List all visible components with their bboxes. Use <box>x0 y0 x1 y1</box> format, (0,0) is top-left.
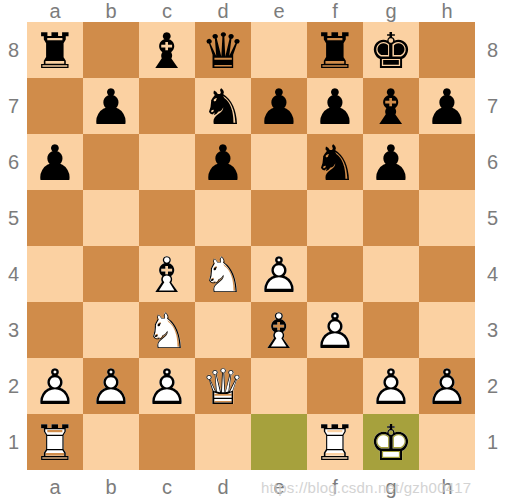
square-g8[interactable]: ♚ <box>363 22 419 78</box>
rank-label-6: 6 <box>0 134 27 190</box>
white-pawn-piece[interactable]: ♟♙ <box>83 358 139 414</box>
black-rook-piece[interactable]: ♜ <box>27 22 83 78</box>
black-queen-piece[interactable]: ♛ <box>195 22 251 78</box>
square-e3[interactable]: ♝♗ <box>251 302 307 358</box>
square-h8[interactable] <box>419 22 475 78</box>
white-piece-outline-glyph: ♗ <box>251 303 307 359</box>
black-piece-glyph: ♛ <box>195 23 251 79</box>
square-e7[interactable]: ♟ <box>251 78 307 134</box>
square-f2[interactable] <box>307 358 363 414</box>
white-piece-outline-glyph: ♙ <box>363 359 419 415</box>
file-label-f: f <box>307 0 363 23</box>
square-e2[interactable] <box>251 358 307 414</box>
square-f8[interactable]: ♜ <box>307 22 363 78</box>
black-pawn-piece[interactable]: ♟ <box>27 134 83 190</box>
white-piece-outline-glyph: ♕ <box>195 359 251 415</box>
square-c3[interactable]: ♞♘ <box>139 302 195 358</box>
rank-label-5: 5 <box>0 190 27 246</box>
white-piece-outline-glyph: ♙ <box>419 359 475 415</box>
square-c7[interactable] <box>139 78 195 134</box>
square-b3[interactable] <box>83 302 139 358</box>
white-king-piece[interactable]: ♚♔ <box>363 414 419 470</box>
file-label-h: h <box>419 470 475 504</box>
black-piece-glyph: ♟ <box>195 135 251 191</box>
file-label-d: d <box>195 0 251 23</box>
black-pawn-piece[interactable]: ♟ <box>307 78 363 134</box>
square-h7[interactable]: ♟ <box>419 78 475 134</box>
square-a4[interactable] <box>27 246 83 302</box>
white-piece-outline-glyph: ♙ <box>27 359 83 415</box>
black-pawn-piece[interactable]: ♟ <box>251 78 307 134</box>
rank-label-8: 8 <box>0 22 27 78</box>
square-g4[interactable] <box>363 246 419 302</box>
square-d3[interactable] <box>195 302 251 358</box>
square-f4[interactable] <box>307 246 363 302</box>
white-rook-piece[interactable]: ♜♖ <box>27 414 83 470</box>
white-piece-outline-glyph: ♗ <box>139 247 195 303</box>
square-d2[interactable]: ♛♕ <box>195 358 251 414</box>
square-g3[interactable] <box>363 302 419 358</box>
rank-label-4: 4 <box>475 246 510 302</box>
rank-label-2: 2 <box>475 358 510 414</box>
square-c8[interactable]: ♝ <box>139 22 195 78</box>
white-pawn-piece[interactable]: ♟♙ <box>251 246 307 302</box>
rank-label-1: 1 <box>475 414 510 470</box>
black-piece-glyph: ♞ <box>195 79 251 135</box>
white-pawn-piece[interactable]: ♟♙ <box>363 358 419 414</box>
rank-label-4: 4 <box>0 246 27 302</box>
square-b2[interactable]: ♟♙ <box>83 358 139 414</box>
rank-labels-left: 87654321 <box>0 22 27 470</box>
square-g1[interactable]: ♚♔ <box>363 414 419 470</box>
square-e5[interactable] <box>251 190 307 246</box>
rank-label-3: 3 <box>0 302 27 358</box>
square-f5[interactable] <box>307 190 363 246</box>
black-piece-glyph: ♟ <box>307 79 363 135</box>
square-e1[interactable] <box>251 414 307 470</box>
white-pawn-piece[interactable]: ♟♙ <box>27 358 83 414</box>
square-h4[interactable] <box>419 246 475 302</box>
chess-board[interactable]: ♜♝♛♜♚♟♞♟♟♝♟♟♟♞♟♝♗♞♘♟♙♞♘♝♗♟♙♟♙♟♙♟♙♛♕♟♙♟♙♜… <box>27 22 475 470</box>
black-piece-glyph: ♟ <box>27 135 83 191</box>
square-e8[interactable] <box>251 22 307 78</box>
square-c6[interactable] <box>139 134 195 190</box>
file-label-d: d <box>195 470 251 504</box>
rank-label-5: 5 <box>475 190 510 246</box>
black-piece-glyph: ♝ <box>363 79 419 135</box>
white-piece-outline-glyph: ♙ <box>83 359 139 415</box>
rank-label-7: 7 <box>0 78 27 134</box>
black-piece-glyph: ♜ <box>307 23 363 79</box>
black-pawn-piece[interactable]: ♟ <box>363 134 419 190</box>
black-piece-glyph: ♝ <box>139 23 195 79</box>
square-b5[interactable] <box>83 190 139 246</box>
square-e4[interactable]: ♟♙ <box>251 246 307 302</box>
square-a8[interactable]: ♜ <box>27 22 83 78</box>
file-label-e: e <box>251 0 307 23</box>
white-rook-piece[interactable]: ♜♖ <box>307 414 363 470</box>
rank-labels-right: 87654321 <box>475 22 510 470</box>
file-labels-bottom: abcdefgh <box>27 470 475 504</box>
file-label-g: g <box>363 470 419 504</box>
file-label-e: e <box>251 470 307 504</box>
white-piece-outline-glyph: ♖ <box>27 415 83 471</box>
square-h2[interactable]: ♟♙ <box>419 358 475 414</box>
rank-label-2: 2 <box>0 358 27 414</box>
white-queen-piece[interactable]: ♛♕ <box>195 358 251 414</box>
square-h3[interactable] <box>419 302 475 358</box>
square-h5[interactable] <box>419 190 475 246</box>
white-piece-outline-glyph: ♔ <box>363 415 419 471</box>
square-f3[interactable]: ♟♙ <box>307 302 363 358</box>
black-piece-glyph: ♟ <box>251 79 307 135</box>
file-label-g: g <box>363 0 419 23</box>
square-b4[interactable] <box>83 246 139 302</box>
file-label-a: a <box>27 470 83 504</box>
square-f6[interactable]: ♞ <box>307 134 363 190</box>
rank-label-7: 7 <box>475 78 510 134</box>
rank-label-6: 6 <box>475 134 510 190</box>
square-a3[interactable] <box>27 302 83 358</box>
white-bishop-piece[interactable]: ♝♗ <box>139 246 195 302</box>
square-d1[interactable] <box>195 414 251 470</box>
square-b7[interactable]: ♟ <box>83 78 139 134</box>
black-piece-glyph: ♜ <box>27 23 83 79</box>
square-g5[interactable] <box>363 190 419 246</box>
square-g6[interactable]: ♟ <box>363 134 419 190</box>
square-c5[interactable] <box>139 190 195 246</box>
file-label-f: f <box>307 470 363 504</box>
white-piece-outline-glyph: ♘ <box>195 247 251 303</box>
black-pawn-piece[interactable]: ♟ <box>419 78 475 134</box>
black-piece-glyph: ♟ <box>363 135 419 191</box>
square-a1[interactable]: ♜♖ <box>27 414 83 470</box>
file-label-h: h <box>419 0 475 23</box>
white-piece-outline-glyph: ♙ <box>307 303 363 359</box>
square-d6[interactable]: ♟ <box>195 134 251 190</box>
white-knight-piece[interactable]: ♞♘ <box>195 246 251 302</box>
white-pawn-piece[interactable]: ♟♙ <box>139 358 195 414</box>
black-knight-piece[interactable]: ♞ <box>195 78 251 134</box>
square-d7[interactable]: ♞ <box>195 78 251 134</box>
square-a2[interactable]: ♟♙ <box>27 358 83 414</box>
file-label-c: c <box>139 0 195 23</box>
white-pawn-piece[interactable]: ♟♙ <box>307 302 363 358</box>
white-piece-outline-glyph: ♖ <box>307 415 363 471</box>
white-piece-outline-glyph: ♙ <box>251 247 307 303</box>
square-b8[interactable] <box>83 22 139 78</box>
square-f7[interactable]: ♟ <box>307 78 363 134</box>
file-label-b: b <box>83 470 139 504</box>
square-f1[interactable]: ♜♖ <box>307 414 363 470</box>
square-a5[interactable] <box>27 190 83 246</box>
white-bishop-piece[interactable]: ♝♗ <box>251 302 307 358</box>
white-pawn-piece[interactable]: ♟♙ <box>419 358 475 414</box>
black-piece-glyph: ♟ <box>419 79 475 135</box>
rank-label-3: 3 <box>475 302 510 358</box>
square-h1[interactable] <box>419 414 475 470</box>
black-king-piece[interactable]: ♚ <box>363 22 419 78</box>
file-label-a: a <box>27 0 83 23</box>
square-g7[interactable]: ♝ <box>363 78 419 134</box>
file-label-c: c <box>139 470 195 504</box>
black-rook-piece[interactable]: ♜ <box>307 22 363 78</box>
black-pawn-piece[interactable]: ♟ <box>195 134 251 190</box>
square-d8[interactable]: ♛ <box>195 22 251 78</box>
file-labels-top: abcdefgh <box>27 0 475 22</box>
black-knight-piece[interactable]: ♞ <box>307 134 363 190</box>
square-c2[interactable]: ♟♙ <box>139 358 195 414</box>
square-h6[interactable] <box>419 134 475 190</box>
square-c1[interactable] <box>139 414 195 470</box>
black-piece-glyph: ♟ <box>83 79 139 135</box>
square-b6[interactable] <box>83 134 139 190</box>
square-d5[interactable] <box>195 190 251 246</box>
square-a7[interactable] <box>27 78 83 134</box>
black-bishop-piece[interactable]: ♝ <box>139 22 195 78</box>
square-a6[interactable]: ♟ <box>27 134 83 190</box>
black-pawn-piece[interactable]: ♟ <box>83 78 139 134</box>
white-knight-piece[interactable]: ♞♘ <box>139 302 195 358</box>
rank-label-8: 8 <box>475 22 510 78</box>
square-d4[interactable]: ♞♘ <box>195 246 251 302</box>
square-g2[interactable]: ♟♙ <box>363 358 419 414</box>
white-piece-outline-glyph: ♘ <box>139 303 195 359</box>
black-piece-glyph: ♚ <box>363 23 419 79</box>
black-piece-glyph: ♞ <box>307 135 363 191</box>
rank-label-1: 1 <box>0 414 27 470</box>
square-b1[interactable] <box>83 414 139 470</box>
square-c4[interactable]: ♝♗ <box>139 246 195 302</box>
square-e6[interactable] <box>251 134 307 190</box>
file-label-b: b <box>83 0 139 23</box>
black-bishop-piece[interactable]: ♝ <box>363 78 419 134</box>
white-piece-outline-glyph: ♙ <box>139 359 195 415</box>
chess-board-app: abcdefgh 87654321 87654321 abcdefgh ♜♝♛♜… <box>0 0 510 504</box>
